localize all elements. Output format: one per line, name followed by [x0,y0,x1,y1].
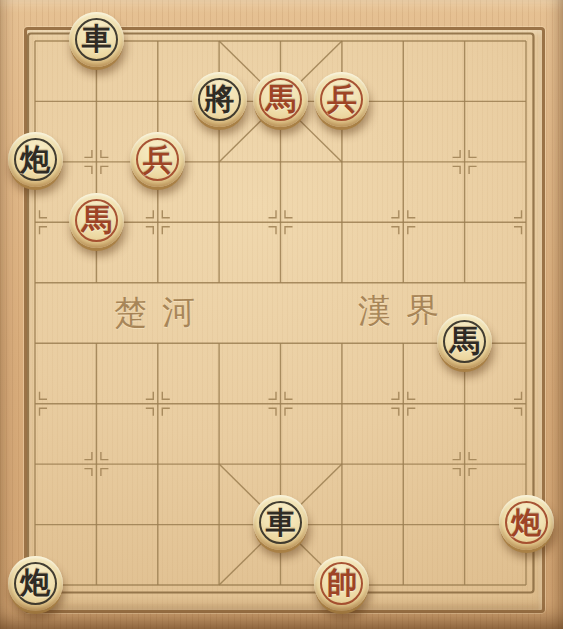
piece-red-horse[interactable]: 馬 [253,72,308,127]
piece-character: 馬 [437,314,492,369]
piece-black-chariot[interactable]: 車 [253,495,308,550]
piece-character: 馬 [69,193,124,248]
piece-character: 車 [253,495,308,550]
piece-character: 兵 [314,72,369,127]
piece-red-soldier[interactable]: 兵 [314,72,369,127]
piece-character: 炮 [8,132,63,187]
piece-character: 車 [69,12,124,67]
river-label-chu-he: 楚河 [114,295,211,330]
piece-red-general[interactable]: 帥 [314,556,369,611]
piece-black-cannon[interactable]: 炮 [8,132,63,187]
piece-black-general[interactable]: 將 [192,72,247,127]
piece-red-soldier[interactable]: 兵 [130,132,185,187]
piece-character: 兵 [130,132,185,187]
piece-black-cannon[interactable]: 炮 [8,556,63,611]
piece-black-horse[interactable]: 馬 [437,314,492,369]
piece-red-cannon[interactable]: 炮 [499,495,554,550]
piece-character: 帥 [314,556,369,611]
xiangqi-board: 楚河 漢界 車將馬兵炮兵馬馬車炮帥炮 [0,0,563,629]
piece-red-horse[interactable]: 馬 [69,193,124,248]
piece-character: 將 [192,72,247,127]
piece-black-chariot[interactable]: 車 [69,12,124,67]
piece-character: 炮 [8,556,63,611]
piece-character: 馬 [253,72,308,127]
piece-character: 炮 [499,495,554,550]
